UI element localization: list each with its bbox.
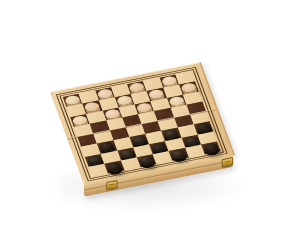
dark-checker-piece — [170, 148, 187, 159]
dark-checker-piece — [106, 161, 123, 172]
brass-latch-bar — [109, 183, 115, 185]
dark-checker-piece — [202, 142, 219, 153]
brass-latch-bar — [225, 161, 231, 163]
brass-latch — [222, 157, 233, 167]
brass-latch — [106, 180, 117, 190]
product-photo — [0, 0, 300, 250]
dark-checker-piece — [138, 155, 155, 166]
